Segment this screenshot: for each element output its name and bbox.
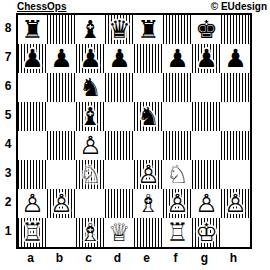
file-label-e: e <box>132 251 161 265</box>
file-label-a: a <box>16 251 45 265</box>
square-f8 <box>163 15 192 44</box>
chess-diagram: 87654321 ♜♝♛♜♚♟♟♟♟♟♟♟♞♝♞♙♘♙♘♙♙♗♙♙♙♖♗♕♖♔ <box>0 13 252 249</box>
square-d3 <box>105 160 134 189</box>
black-bishop-c8: ♝ <box>79 15 101 44</box>
rank-label-6: 6 <box>0 71 16 100</box>
file-label-b: b <box>45 251 74 265</box>
square-d8: ♛ <box>105 15 134 44</box>
square-b7: ♟ <box>47 44 76 73</box>
rank-label-2: 2 <box>0 187 16 216</box>
square-a4 <box>18 131 47 160</box>
rank-labels: 87654321 <box>0 13 16 249</box>
rank-label-3: 3 <box>0 158 16 187</box>
chessops-title-link[interactable]: ChessOps <box>17 1 66 12</box>
square-h1 <box>221 218 250 247</box>
square-h7: ♟ <box>221 44 250 73</box>
black-knight-c6: ♞ <box>79 73 101 102</box>
square-e8: ♜ <box>134 15 163 44</box>
square-e1 <box>134 218 163 247</box>
file-label-c: c <box>74 251 103 265</box>
square-c3: ♘ <box>76 160 105 189</box>
file-labels: abcdefgh <box>16 251 252 265</box>
square-g1: ♔ <box>192 218 221 247</box>
square-e3: ♙ <box>134 160 163 189</box>
black-bishop-c5: ♝ <box>79 102 101 131</box>
square-b4 <box>47 131 76 160</box>
square-c4: ♙ <box>76 131 105 160</box>
square-g8: ♚ <box>192 15 221 44</box>
white-pawn-g2: ♙ <box>195 189 217 218</box>
square-f6 <box>163 73 192 102</box>
square-f5 <box>163 102 192 131</box>
square-a3 <box>18 160 47 189</box>
white-pawn-e3: ♙ <box>137 160 159 189</box>
square-d5 <box>105 102 134 131</box>
file-label-d: d <box>103 251 132 265</box>
square-c8: ♝ <box>76 15 105 44</box>
black-pawn-h7: ♟ <box>224 44 246 73</box>
square-e5: ♞ <box>134 102 163 131</box>
black-pawn-c7: ♟ <box>79 44 101 73</box>
square-g4 <box>192 131 221 160</box>
square-g6 <box>192 73 221 102</box>
white-bishop-c1: ♗ <box>79 218 101 247</box>
black-pawn-g7: ♟ <box>195 44 217 73</box>
square-g2: ♙ <box>192 189 221 218</box>
white-pawn-c4: ♙ <box>79 131 101 160</box>
square-f2: ♙ <box>163 189 192 218</box>
black-rook-a8: ♜ <box>21 15 43 44</box>
square-a5 <box>18 102 47 131</box>
square-g3 <box>192 160 221 189</box>
square-f4 <box>163 131 192 160</box>
square-h2: ♙ <box>221 189 250 218</box>
black-pawn-d7: ♟ <box>108 44 130 73</box>
square-b3 <box>47 160 76 189</box>
square-d6 <box>105 73 134 102</box>
white-rook-f1: ♖ <box>166 218 188 247</box>
file-label-h: h <box>219 251 248 265</box>
square-h8 <box>221 15 250 44</box>
rank-label-5: 5 <box>0 100 16 129</box>
square-a1: ♖ <box>18 218 47 247</box>
square-b2: ♙ <box>47 189 76 218</box>
square-a2: ♙ <box>18 189 47 218</box>
square-e6 <box>134 73 163 102</box>
square-f1: ♖ <box>163 218 192 247</box>
rank-label-1: 1 <box>0 216 16 245</box>
black-pawn-f7: ♟ <box>166 44 188 73</box>
white-queen-d1: ♕ <box>108 218 130 247</box>
rank-label-7: 7 <box>0 42 16 71</box>
rank-label-8: 8 <box>0 13 16 42</box>
square-b6 <box>47 73 76 102</box>
black-rook-e8: ♜ <box>137 15 159 44</box>
square-c7: ♟ <box>76 44 105 73</box>
black-pawn-b7: ♟ <box>50 44 72 73</box>
square-g5 <box>192 102 221 131</box>
square-c5: ♝ <box>76 102 105 131</box>
white-pawn-b2: ♙ <box>50 189 72 218</box>
square-a7: ♟ <box>18 44 47 73</box>
square-e2: ♗ <box>134 189 163 218</box>
square-c2 <box>76 189 105 218</box>
header: ChessOps © EUdesign <box>17 0 267 12</box>
white-rook-a1: ♖ <box>21 218 43 247</box>
square-b1 <box>47 218 76 247</box>
black-king-g8: ♚ <box>195 15 217 44</box>
square-a8: ♜ <box>18 15 47 44</box>
square-e4 <box>134 131 163 160</box>
square-d7: ♟ <box>105 44 134 73</box>
board: ♜♝♛♜♚♟♟♟♟♟♟♟♞♝♞♙♘♙♘♙♙♗♙♙♙♖♗♕♖♔ <box>16 13 252 249</box>
file-label-f: f <box>161 251 190 265</box>
square-d1: ♕ <box>105 218 134 247</box>
rank-label-4: 4 <box>0 129 16 158</box>
square-c6: ♞ <box>76 73 105 102</box>
white-king-g1: ♔ <box>195 218 217 247</box>
credit-text: © EUdesign <box>211 1 267 12</box>
square-f7: ♟ <box>163 44 192 73</box>
square-h5 <box>221 102 250 131</box>
square-b8 <box>47 15 76 44</box>
white-bishop-e2: ♗ <box>137 189 159 218</box>
square-d4 <box>105 131 134 160</box>
square-d2 <box>105 189 134 218</box>
white-pawn-f2: ♙ <box>166 189 188 218</box>
square-a6 <box>18 73 47 102</box>
square-h6 <box>221 73 250 102</box>
square-b5 <box>47 102 76 131</box>
square-f3: ♘ <box>163 160 192 189</box>
white-knight-c3: ♘ <box>79 160 101 189</box>
file-label-g: g <box>190 251 219 265</box>
square-h3 <box>221 160 250 189</box>
black-knight-e5: ♞ <box>137 102 159 131</box>
square-e7 <box>134 44 163 73</box>
square-g7: ♟ <box>192 44 221 73</box>
white-pawn-a2: ♙ <box>21 189 43 218</box>
white-pawn-h2: ♙ <box>224 189 246 218</box>
white-knight-f3: ♘ <box>166 160 188 189</box>
black-queen-d8: ♛ <box>108 15 130 44</box>
square-h4 <box>221 131 250 160</box>
black-pawn-a7: ♟ <box>21 44 43 73</box>
square-c1: ♗ <box>76 218 105 247</box>
